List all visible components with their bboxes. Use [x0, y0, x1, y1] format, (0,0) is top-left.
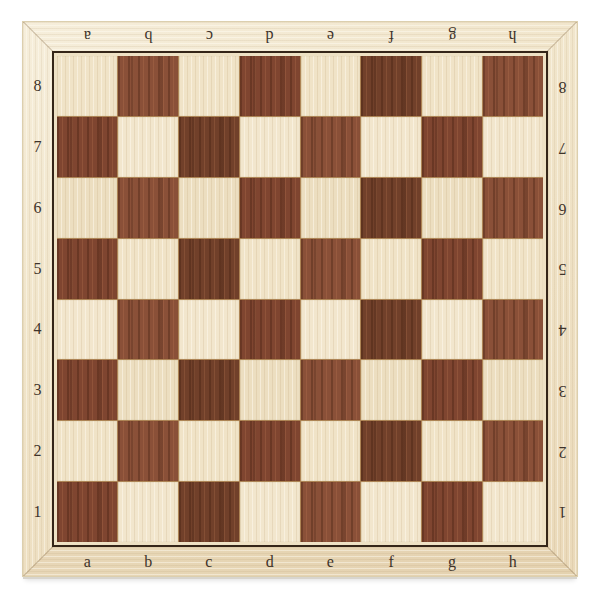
squares-grid [57, 56, 543, 542]
square-c8[interactable] [179, 56, 239, 116]
square-d4[interactable] [240, 300, 300, 360]
file-label-top-c: c [179, 22, 240, 51]
square-c5[interactable] [179, 239, 239, 299]
square-a3[interactable] [57, 360, 117, 420]
rank-label-right-6: 6 [548, 178, 577, 239]
file-label-top-h: h [482, 22, 543, 51]
rank-label-right-4: 4 [548, 299, 577, 360]
square-b1[interactable] [118, 482, 178, 542]
file-label-bottom-f: f [361, 547, 422, 576]
rank-label-right-1: 1 [548, 481, 577, 542]
square-b7[interactable] [118, 117, 178, 177]
file-label-bottom-h: h [482, 547, 543, 576]
square-f3[interactable] [361, 360, 421, 420]
mitre-seam-bottom-right [547, 546, 577, 576]
square-g8[interactable] [422, 56, 482, 116]
square-e3[interactable] [301, 360, 361, 420]
file-label-top-a: a [57, 22, 118, 51]
square-d3[interactable] [240, 360, 300, 420]
rank-label-left-8: 8 [23, 56, 52, 117]
square-f5[interactable] [361, 239, 421, 299]
square-c4[interactable] [179, 300, 239, 360]
square-g7[interactable] [422, 117, 482, 177]
square-g2[interactable] [422, 421, 482, 481]
square-g4[interactable] [422, 300, 482, 360]
board-frame-left [23, 22, 52, 576]
square-a4[interactable] [57, 300, 117, 360]
square-d6[interactable] [240, 178, 300, 238]
square-e8[interactable] [301, 56, 361, 116]
square-c7[interactable] [179, 117, 239, 177]
rank-label-right-7: 7 [548, 117, 577, 178]
rank-label-left-2: 2 [23, 421, 52, 482]
square-g3[interactable] [422, 360, 482, 420]
file-label-bottom-d: d [239, 547, 300, 576]
file-label-bottom-e: e [300, 547, 361, 576]
square-a8[interactable] [57, 56, 117, 116]
square-b4[interactable] [118, 300, 178, 360]
rank-label-left-3: 3 [23, 360, 52, 421]
square-b2[interactable] [118, 421, 178, 481]
square-h6[interactable] [483, 178, 543, 238]
square-f1[interactable] [361, 482, 421, 542]
rank-label-right-5: 5 [548, 238, 577, 299]
square-g1[interactable] [422, 482, 482, 542]
square-e5[interactable] [301, 239, 361, 299]
square-a1[interactable] [57, 482, 117, 542]
square-d8[interactable] [240, 56, 300, 116]
square-a2[interactable] [57, 421, 117, 481]
square-e2[interactable] [301, 421, 361, 481]
square-c1[interactable] [179, 482, 239, 542]
square-f2[interactable] [361, 421, 421, 481]
square-e7[interactable] [301, 117, 361, 177]
coords-top: abcdefgh [57, 22, 543, 51]
rank-label-right-3: 3 [548, 360, 577, 421]
coords-left: 87654321 [23, 56, 52, 542]
square-g5[interactable] [422, 239, 482, 299]
playing-area [52, 51, 548, 547]
coords-right: 87654321 [548, 56, 577, 542]
file-label-bottom-b: b [118, 547, 179, 576]
square-c2[interactable] [179, 421, 239, 481]
square-a7[interactable] [57, 117, 117, 177]
rank-label-left-5: 5 [23, 238, 52, 299]
board-frame-top [23, 22, 577, 51]
file-label-bottom-g: g [422, 547, 483, 576]
rank-label-left-4: 4 [23, 299, 52, 360]
square-d1[interactable] [240, 482, 300, 542]
square-e6[interactable] [301, 178, 361, 238]
rank-label-left-1: 1 [23, 481, 52, 542]
square-e1[interactable] [301, 482, 361, 542]
rank-label-left-6: 6 [23, 178, 52, 239]
square-h2[interactable] [483, 421, 543, 481]
square-d5[interactable] [240, 239, 300, 299]
square-f6[interactable] [361, 178, 421, 238]
file-label-top-g: g [422, 22, 483, 51]
rank-label-right-2: 2 [548, 421, 577, 482]
square-e4[interactable] [301, 300, 361, 360]
square-b5[interactable] [118, 239, 178, 299]
square-c6[interactable] [179, 178, 239, 238]
mitre-seam-top-right [547, 21, 577, 51]
square-d2[interactable] [240, 421, 300, 481]
square-h5[interactable] [483, 239, 543, 299]
square-a5[interactable] [57, 239, 117, 299]
square-h8[interactable] [483, 56, 543, 116]
mitre-seam-top-left [23, 21, 53, 51]
square-h4[interactable] [483, 300, 543, 360]
mitre-seam-bottom-left [23, 546, 53, 576]
square-h1[interactable] [483, 482, 543, 542]
file-label-bottom-c: c [179, 547, 240, 576]
file-label-top-e: e [300, 22, 361, 51]
square-b3[interactable] [118, 360, 178, 420]
square-b8[interactable] [118, 56, 178, 116]
square-b6[interactable] [118, 178, 178, 238]
page: abcdefgh abcdefgh 87654321 87654321 [0, 0, 600, 600]
board-frame-right [548, 22, 577, 576]
square-f4[interactable] [361, 300, 421, 360]
rank-label-right-8: 8 [548, 56, 577, 117]
file-label-top-f: f [361, 22, 422, 51]
square-f8[interactable] [361, 56, 421, 116]
coords-bottom: abcdefgh [57, 547, 543, 576]
file-label-top-b: b [118, 22, 179, 51]
square-a6[interactable] [57, 178, 117, 238]
square-c3[interactable] [179, 360, 239, 420]
square-f7[interactable] [361, 117, 421, 177]
square-g6[interactable] [422, 178, 482, 238]
square-d7[interactable] [240, 117, 300, 177]
rank-label-left-7: 7 [23, 117, 52, 178]
square-h3[interactable] [483, 360, 543, 420]
chess-board: abcdefgh abcdefgh 87654321 87654321 [22, 21, 578, 577]
file-label-top-d: d [239, 22, 300, 51]
file-label-bottom-a: a [57, 547, 118, 576]
board-frame-bottom [23, 547, 577, 576]
square-h7[interactable] [483, 117, 543, 177]
